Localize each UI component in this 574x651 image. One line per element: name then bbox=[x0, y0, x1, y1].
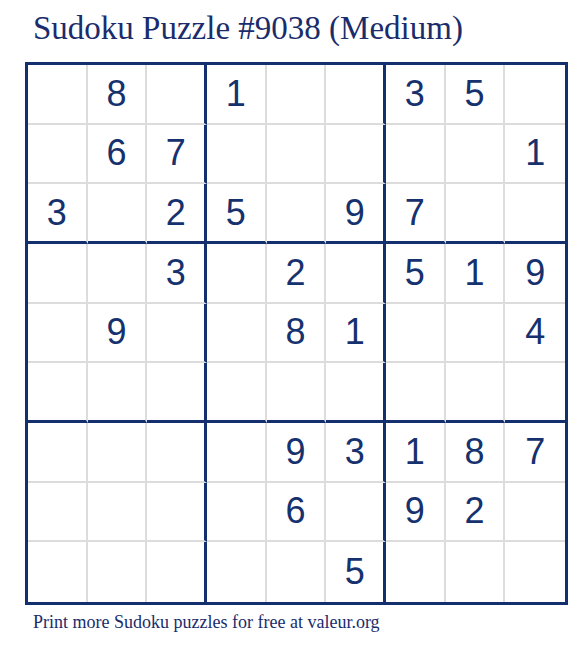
sudoku-cell-r9c4 bbox=[207, 542, 267, 602]
sudoku-cell-r2c6 bbox=[326, 125, 386, 185]
sudoku-cell-r4c2 bbox=[88, 244, 148, 304]
footer-text: Print more Sudoku puzzles for free at va… bbox=[33, 612, 380, 634]
sudoku-cell-r9c7 bbox=[386, 542, 446, 602]
sudoku-cell-r3c1: 3 bbox=[28, 184, 88, 244]
sudoku-cell-r3c9 bbox=[505, 184, 565, 244]
sudoku-cell-r6c9 bbox=[505, 363, 565, 423]
sudoku-cell-r6c8 bbox=[446, 363, 506, 423]
sudoku-cell-r7c2 bbox=[88, 423, 148, 483]
sudoku-cell-r9c5 bbox=[267, 542, 327, 602]
sudoku-cell-r9c1 bbox=[28, 542, 88, 602]
sudoku-cell-r4c7: 5 bbox=[386, 244, 446, 304]
sudoku-cell-r6c2 bbox=[88, 363, 148, 423]
sudoku-cell-r4c8: 1 bbox=[446, 244, 506, 304]
sudoku-cell-r5c9: 4 bbox=[505, 304, 565, 364]
sudoku-cell-r1c8: 5 bbox=[446, 65, 506, 125]
sudoku-cell-r3c5 bbox=[267, 184, 327, 244]
sudoku-cell-r1c4: 1 bbox=[207, 65, 267, 125]
sudoku-cell-r2c1 bbox=[28, 125, 88, 185]
sudoku-cell-r4c9: 9 bbox=[505, 244, 565, 304]
sudoku-cell-r7c6: 3 bbox=[326, 423, 386, 483]
sudoku-cell-r2c9: 1 bbox=[505, 125, 565, 185]
sudoku-cell-r7c7: 1 bbox=[386, 423, 446, 483]
sudoku-cell-r7c9: 7 bbox=[505, 423, 565, 483]
sudoku-cell-r4c4 bbox=[207, 244, 267, 304]
sudoku-cell-r3c8 bbox=[446, 184, 506, 244]
sudoku-cell-r8c6 bbox=[326, 483, 386, 543]
sudoku-cell-r6c5 bbox=[267, 363, 327, 423]
sudoku-cell-r8c4 bbox=[207, 483, 267, 543]
sudoku-cell-r9c8 bbox=[446, 542, 506, 602]
sudoku-cell-r9c2 bbox=[88, 542, 148, 602]
sudoku-cell-r5c4 bbox=[207, 304, 267, 364]
sudoku-cell-r2c3: 7 bbox=[147, 125, 207, 185]
sudoku-cell-r2c8 bbox=[446, 125, 506, 185]
sudoku-cell-r8c2 bbox=[88, 483, 148, 543]
sudoku-cell-r9c9 bbox=[505, 542, 565, 602]
sudoku-cell-r8c7: 9 bbox=[386, 483, 446, 543]
sudoku-cell-r1c2: 8 bbox=[88, 65, 148, 125]
sudoku-cell-r3c3: 2 bbox=[147, 184, 207, 244]
sudoku-cell-r6c6 bbox=[326, 363, 386, 423]
sudoku-cell-r5c2: 9 bbox=[88, 304, 148, 364]
sudoku-cell-r8c5: 6 bbox=[267, 483, 327, 543]
sudoku-cell-r6c3 bbox=[147, 363, 207, 423]
sudoku-cell-r9c3 bbox=[147, 542, 207, 602]
sudoku-cell-r4c6 bbox=[326, 244, 386, 304]
sudoku-cell-r8c1 bbox=[28, 483, 88, 543]
sudoku-cell-r1c9 bbox=[505, 65, 565, 125]
sudoku-cell-r4c1 bbox=[28, 244, 88, 304]
sudoku-cell-r3c6: 9 bbox=[326, 184, 386, 244]
sudoku-cell-r6c4 bbox=[207, 363, 267, 423]
sudoku-cell-r5c8 bbox=[446, 304, 506, 364]
sudoku-cell-r3c2 bbox=[88, 184, 148, 244]
sudoku-cell-r1c5 bbox=[267, 65, 327, 125]
sudoku-cell-r5c1 bbox=[28, 304, 88, 364]
sudoku-cell-r8c3 bbox=[147, 483, 207, 543]
sudoku-cell-r5c7 bbox=[386, 304, 446, 364]
sudoku-cell-r5c6: 1 bbox=[326, 304, 386, 364]
sudoku-cell-r1c6 bbox=[326, 65, 386, 125]
sudoku-cell-r7c3 bbox=[147, 423, 207, 483]
sudoku-cell-r9c6: 5 bbox=[326, 542, 386, 602]
sudoku-cell-r4c5: 2 bbox=[267, 244, 327, 304]
sudoku-cell-r4c3: 3 bbox=[147, 244, 207, 304]
sudoku-cell-r2c4 bbox=[207, 125, 267, 185]
sudoku-cell-r1c1 bbox=[28, 65, 88, 125]
sudoku-cell-r7c4 bbox=[207, 423, 267, 483]
page-title: Sudoku Puzzle #9038 (Medium) bbox=[33, 12, 463, 45]
sudoku-cell-r6c7 bbox=[386, 363, 446, 423]
page: Sudoku Puzzle #9038 (Medium) 81356713259… bbox=[0, 0, 574, 651]
sudoku-cell-r5c3 bbox=[147, 304, 207, 364]
sudoku-cell-r5c5: 8 bbox=[267, 304, 327, 364]
sudoku-cell-r8c9 bbox=[505, 483, 565, 543]
sudoku-cell-r7c5: 9 bbox=[267, 423, 327, 483]
sudoku-cell-r2c5 bbox=[267, 125, 327, 185]
sudoku-cell-r7c8: 8 bbox=[446, 423, 506, 483]
sudoku-cell-r3c4: 5 bbox=[207, 184, 267, 244]
sudoku-cell-r2c7 bbox=[386, 125, 446, 185]
sudoku-cell-r6c1 bbox=[28, 363, 88, 423]
sudoku-cell-r1c3 bbox=[147, 65, 207, 125]
sudoku-board: 813567132597325199814931876925 bbox=[25, 62, 568, 605]
sudoku-cell-r8c8: 2 bbox=[446, 483, 506, 543]
sudoku-cell-r3c7: 7 bbox=[386, 184, 446, 244]
sudoku-cell-r7c1 bbox=[28, 423, 88, 483]
sudoku-cell-r2c2: 6 bbox=[88, 125, 148, 185]
sudoku-cell-r1c7: 3 bbox=[386, 65, 446, 125]
